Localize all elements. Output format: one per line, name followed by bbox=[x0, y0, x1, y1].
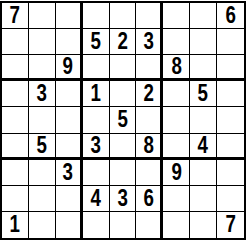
cell-r4c8[interactable]: 5 bbox=[190, 81, 217, 107]
cell-r7c3[interactable]: 3 bbox=[56, 160, 83, 186]
cell-r5c6[interactable] bbox=[136, 107, 163, 133]
cell-digit: 5 bbox=[90, 29, 100, 54]
cell-digit: 1 bbox=[10, 212, 20, 237]
cell-digit: 5 bbox=[198, 81, 208, 106]
cell-r3c1[interactable] bbox=[2, 55, 29, 81]
cell-r9c5[interactable] bbox=[110, 212, 137, 238]
cell-r2c9[interactable] bbox=[217, 29, 244, 55]
cell-r1c6[interactable] bbox=[136, 3, 163, 29]
cell-r9c9[interactable]: 7 bbox=[217, 212, 244, 238]
cell-digit: 2 bbox=[117, 29, 127, 54]
cell-r2c3[interactable] bbox=[56, 29, 83, 55]
cell-r9c4[interactable] bbox=[83, 212, 110, 238]
cell-digit: 8 bbox=[171, 55, 181, 79]
cell-r5c7[interactable] bbox=[163, 107, 190, 133]
cell-r2c5[interactable]: 2 bbox=[110, 29, 137, 55]
cell-r7c4[interactable] bbox=[83, 160, 110, 186]
cell-digit: 5 bbox=[37, 134, 47, 158]
cell-r4c7[interactable] bbox=[163, 81, 190, 107]
cell-digit: 4 bbox=[90, 186, 100, 211]
cell-digit: 6 bbox=[225, 3, 235, 28]
cell-r7c7[interactable]: 9 bbox=[163, 160, 190, 186]
cell-r3c5[interactable] bbox=[110, 55, 137, 81]
cell-digit: 3 bbox=[117, 186, 127, 211]
cell-r8c8[interactable] bbox=[190, 186, 217, 212]
cell-r9c2[interactable] bbox=[29, 212, 56, 238]
cell-r4c3[interactable] bbox=[56, 81, 83, 107]
cell-r5c5[interactable]: 5 bbox=[110, 107, 137, 133]
cell-r3c6[interactable] bbox=[136, 55, 163, 81]
cell-digit: 3 bbox=[37, 81, 47, 106]
cell-r8c6[interactable]: 6 bbox=[136, 186, 163, 212]
cell-r1c3[interactable] bbox=[56, 3, 83, 29]
cell-digit: 2 bbox=[143, 81, 153, 106]
cell-r5c4[interactable] bbox=[83, 107, 110, 133]
cell-r1c8[interactable] bbox=[190, 3, 217, 29]
cell-r9c3[interactable] bbox=[56, 212, 83, 238]
cell-r5c2[interactable] bbox=[29, 107, 56, 133]
cell-r4c2[interactable]: 3 bbox=[29, 81, 56, 107]
cell-digit: 1 bbox=[90, 81, 100, 106]
cell-r2c8[interactable] bbox=[190, 29, 217, 55]
cell-digit: 3 bbox=[143, 29, 153, 54]
cell-digit: 5 bbox=[117, 107, 127, 132]
cell-r1c9[interactable]: 6 bbox=[217, 3, 244, 29]
cell-r9c7[interactable] bbox=[163, 212, 190, 238]
cell-r2c2[interactable] bbox=[29, 29, 56, 55]
cell-r7c8[interactable] bbox=[190, 160, 217, 186]
cell-r6c4[interactable]: 3 bbox=[83, 134, 110, 160]
cell-r5c1[interactable] bbox=[2, 107, 29, 133]
cell-r1c7[interactable] bbox=[163, 3, 190, 29]
cell-r8c4[interactable]: 4 bbox=[83, 186, 110, 212]
cell-r1c1[interactable]: 7 bbox=[2, 3, 29, 29]
cell-digit: 7 bbox=[10, 3, 20, 28]
cell-r2c7[interactable] bbox=[163, 29, 190, 55]
cell-r4c1[interactable] bbox=[2, 81, 29, 107]
cell-r3c7[interactable]: 8 bbox=[163, 55, 190, 81]
cell-r4c4[interactable]: 1 bbox=[83, 81, 110, 107]
sudoku-board: 76523983125553843943617 bbox=[0, 1, 246, 240]
cell-r3c8[interactable] bbox=[190, 55, 217, 81]
cell-r3c3[interactable]: 9 bbox=[56, 55, 83, 81]
cell-digit: 4 bbox=[198, 134, 208, 158]
cell-r8c3[interactable] bbox=[56, 186, 83, 212]
cell-r4c5[interactable] bbox=[110, 81, 137, 107]
cell-r4c9[interactable] bbox=[217, 81, 244, 107]
cell-r8c1[interactable] bbox=[2, 186, 29, 212]
cell-r9c1[interactable]: 1 bbox=[2, 212, 29, 238]
cell-r2c4[interactable]: 5 bbox=[83, 29, 110, 55]
cell-r6c9[interactable] bbox=[217, 134, 244, 160]
cell-r8c7[interactable] bbox=[163, 186, 190, 212]
cell-r7c5[interactable] bbox=[110, 160, 137, 186]
cell-r6c6[interactable]: 8 bbox=[136, 134, 163, 160]
cell-r7c9[interactable] bbox=[217, 160, 244, 186]
cell-digit: 3 bbox=[63, 160, 73, 185]
cell-r6c7[interactable] bbox=[163, 134, 190, 160]
cell-r8c2[interactable] bbox=[29, 186, 56, 212]
cell-r3c9[interactable] bbox=[217, 55, 244, 81]
cell-digit: 7 bbox=[225, 212, 235, 237]
cell-digit: 9 bbox=[63, 55, 73, 79]
cell-r4c6[interactable]: 2 bbox=[136, 81, 163, 107]
cell-r6c3[interactable] bbox=[56, 134, 83, 160]
cell-r1c5[interactable] bbox=[110, 3, 137, 29]
cell-r2c1[interactable] bbox=[2, 29, 29, 55]
cell-r6c8[interactable]: 4 bbox=[190, 134, 217, 160]
cell-r3c4[interactable] bbox=[83, 55, 110, 81]
cell-r5c8[interactable] bbox=[190, 107, 217, 133]
cell-r1c2[interactable] bbox=[29, 3, 56, 29]
cell-digit: 9 bbox=[171, 160, 181, 185]
cell-r2c6[interactable]: 3 bbox=[136, 29, 163, 55]
cell-r7c1[interactable] bbox=[2, 160, 29, 186]
cell-r6c5[interactable] bbox=[110, 134, 137, 160]
cell-digit: 8 bbox=[143, 134, 153, 158]
cell-r7c6[interactable] bbox=[136, 160, 163, 186]
cell-r7c2[interactable] bbox=[29, 160, 56, 186]
cell-r5c9[interactable] bbox=[217, 107, 244, 133]
cell-r5c3[interactable] bbox=[56, 107, 83, 133]
cell-r6c1[interactable] bbox=[2, 134, 29, 160]
cell-digit: 3 bbox=[90, 134, 100, 158]
cell-r8c9[interactable] bbox=[217, 186, 244, 212]
cell-r8c5[interactable]: 3 bbox=[110, 186, 137, 212]
cell-r3c2[interactable] bbox=[29, 55, 56, 81]
cell-r9c8[interactable] bbox=[190, 212, 217, 238]
cell-r6c2[interactable]: 5 bbox=[29, 134, 56, 160]
sudoku-page: 76523983125553843943617 bbox=[0, 1, 248, 241]
cell-digit: 6 bbox=[143, 186, 153, 211]
cell-r1c4[interactable] bbox=[83, 3, 110, 29]
cell-r9c6[interactable] bbox=[136, 212, 163, 238]
